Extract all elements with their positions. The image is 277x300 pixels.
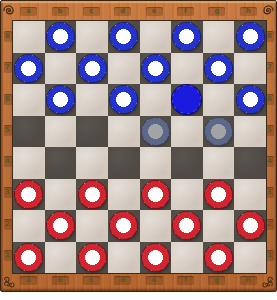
- square-g5[interactable]: [203, 116, 235, 148]
- checkers-board: abcdefgh abcdefgh 87654321 87654321: [0, 0, 277, 292]
- file-label-a: a: [20, 7, 37, 16]
- blue-piece[interactable]: [15, 55, 42, 82]
- square-g4: [203, 147, 235, 179]
- square-d3: [108, 179, 140, 211]
- red-piece[interactable]: [205, 244, 232, 271]
- square-b4[interactable]: [45, 147, 77, 179]
- rank-label-6: 6: [4, 94, 12, 105]
- square-b2[interactable]: [45, 210, 77, 242]
- blue-piece[interactable]: [237, 86, 264, 113]
- file-label-d: d: [114, 276, 131, 285]
- square-c4: [76, 147, 108, 179]
- square-h8[interactable]: [234, 21, 266, 53]
- rank-label-2: 2: [266, 219, 274, 230]
- square-a1[interactable]: [13, 242, 45, 274]
- move-hint-piece[interactable]: [142, 118, 169, 145]
- selected-blue-piece[interactable]: [172, 85, 201, 114]
- square-e1[interactable]: [140, 242, 172, 274]
- square-e7[interactable]: [140, 53, 172, 85]
- square-a3[interactable]: [13, 179, 45, 211]
- rank-label-1: 1: [4, 250, 12, 261]
- file-label-a: a: [20, 276, 37, 285]
- square-a7[interactable]: [13, 53, 45, 85]
- square-f1: [171, 242, 203, 274]
- square-a8: [13, 21, 45, 53]
- square-a2: [13, 210, 45, 242]
- square-f8[interactable]: [171, 21, 203, 53]
- blue-piece[interactable]: [110, 86, 137, 113]
- square-g2: [203, 210, 235, 242]
- square-b8[interactable]: [45, 21, 77, 53]
- red-piece[interactable]: [142, 244, 169, 271]
- square-h7: [234, 53, 266, 85]
- square-d4[interactable]: [108, 147, 140, 179]
- square-f4[interactable]: [171, 147, 203, 179]
- red-piece[interactable]: [237, 212, 264, 239]
- square-e6: [140, 84, 172, 116]
- square-f6[interactable]: [171, 84, 203, 116]
- red-piece[interactable]: [79, 244, 106, 271]
- square-g3[interactable]: [203, 179, 235, 211]
- square-h6[interactable]: [234, 84, 266, 116]
- square-g7[interactable]: [203, 53, 235, 85]
- square-g1[interactable]: [203, 242, 235, 274]
- square-c8: [76, 21, 108, 53]
- rank-label-3: 3: [266, 187, 274, 198]
- square-b1: [45, 242, 77, 274]
- square-h1: [234, 242, 266, 274]
- square-e5[interactable]: [140, 116, 172, 148]
- square-h5: [234, 116, 266, 148]
- blue-piece[interactable]: [47, 86, 74, 113]
- board-grid: [13, 21, 266, 273]
- move-hint-piece[interactable]: [205, 118, 232, 145]
- square-b6[interactable]: [45, 84, 77, 116]
- square-d2[interactable]: [108, 210, 140, 242]
- red-piece[interactable]: [173, 212, 200, 239]
- red-piece[interactable]: [79, 181, 106, 208]
- blue-piece[interactable]: [110, 23, 137, 50]
- rank-label-5: 5: [4, 125, 12, 136]
- square-d7: [108, 53, 140, 85]
- square-e4: [140, 147, 172, 179]
- blue-piece[interactable]: [237, 23, 264, 50]
- rank-label-7: 7: [266, 62, 274, 73]
- file-label-g: g: [208, 7, 225, 16]
- blue-piece[interactable]: [79, 55, 106, 82]
- square-c6: [76, 84, 108, 116]
- square-d8[interactable]: [108, 21, 140, 53]
- red-piece[interactable]: [110, 212, 137, 239]
- file-label-e: e: [146, 7, 163, 16]
- red-piece[interactable]: [15, 244, 42, 271]
- square-c5[interactable]: [76, 116, 108, 148]
- square-g6: [203, 84, 235, 116]
- file-label-d: d: [114, 7, 131, 16]
- blue-piece[interactable]: [205, 55, 232, 82]
- square-f5: [171, 116, 203, 148]
- square-b3: [45, 179, 77, 211]
- rank-label-4: 4: [4, 156, 12, 167]
- red-piece[interactable]: [15, 181, 42, 208]
- square-d1: [108, 242, 140, 274]
- square-d6[interactable]: [108, 84, 140, 116]
- rank-label-8: 8: [266, 31, 274, 42]
- square-h4[interactable]: [234, 147, 266, 179]
- square-a5[interactable]: [13, 116, 45, 148]
- square-c7[interactable]: [76, 53, 108, 85]
- rank-label-4: 4: [266, 156, 274, 167]
- rank-label-5: 5: [266, 125, 274, 136]
- file-label-e: e: [146, 276, 163, 285]
- file-labels-top: abcdefgh: [13, 3, 264, 20]
- rank-labels-left: 87654321: [2, 21, 13, 271]
- blue-piece[interactable]: [142, 55, 169, 82]
- square-f3: [171, 179, 203, 211]
- file-label-c: c: [83, 276, 100, 285]
- square-e8: [140, 21, 172, 53]
- square-h2[interactable]: [234, 210, 266, 242]
- square-e2: [140, 210, 172, 242]
- square-b5: [45, 116, 77, 148]
- square-b7: [45, 53, 77, 85]
- rank-label-3: 3: [4, 187, 12, 198]
- rank-label-1: 1: [266, 250, 274, 261]
- rank-label-7: 7: [4, 62, 12, 73]
- square-f7: [171, 53, 203, 85]
- square-h3: [234, 179, 266, 211]
- square-c2: [76, 210, 108, 242]
- red-piece[interactable]: [47, 212, 74, 239]
- square-c1[interactable]: [76, 242, 108, 274]
- file-label-b: b: [52, 7, 69, 16]
- blue-piece[interactable]: [173, 23, 200, 50]
- rank-label-2: 2: [4, 219, 12, 230]
- square-d5: [108, 116, 140, 148]
- file-label-c: c: [83, 7, 100, 16]
- blue-piece[interactable]: [47, 23, 74, 50]
- square-a4: [13, 147, 45, 179]
- red-piece[interactable]: [142, 181, 169, 208]
- square-e3[interactable]: [140, 179, 172, 211]
- square-c3[interactable]: [76, 179, 108, 211]
- file-label-h: h: [240, 276, 257, 285]
- file-labels-bottom: abcdefgh: [13, 272, 264, 289]
- square-a6: [13, 84, 45, 116]
- rank-label-8: 8: [4, 31, 12, 42]
- file-label-b: b: [52, 276, 69, 285]
- file-label-h: h: [240, 7, 257, 16]
- red-piece[interactable]: [205, 181, 232, 208]
- rank-label-6: 6: [266, 94, 274, 105]
- file-label-f: f: [177, 276, 194, 285]
- file-label-f: f: [177, 7, 194, 16]
- square-g8: [203, 21, 235, 53]
- square-f2[interactable]: [171, 210, 203, 242]
- file-label-g: g: [208, 276, 225, 285]
